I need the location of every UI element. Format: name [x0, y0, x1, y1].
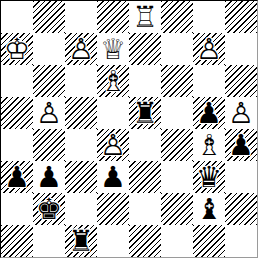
- square-g6[interactable]: [193, 65, 225, 97]
- square-h1[interactable]: [225, 225, 257, 257]
- square-d1[interactable]: [97, 225, 129, 257]
- square-h7[interactable]: [225, 33, 257, 65]
- square-f1[interactable]: [161, 225, 193, 257]
- piece-glyph: ♝: [193, 193, 225, 225]
- square-e6[interactable]: [129, 65, 161, 97]
- piece-glyph: ♙: [65, 33, 97, 65]
- piece-white-pawn: ♟♙: [97, 129, 129, 161]
- piece-glyph: ♙: [225, 97, 257, 129]
- piece-black-pawn: ♟♟: [193, 97, 225, 129]
- chess-board: ♜♖♚♔♟♙♛♕♟♙♝♗♟♙♜♜♟♟♟♙♟♙♝♗♟♟♟♟♟♟♟♟♛♛♚♚♝♝♜♜: [0, 0, 258, 258]
- square-b6[interactable]: [33, 65, 65, 97]
- square-a6[interactable]: [1, 65, 33, 97]
- square-g2[interactable]: ♝♝: [193, 193, 225, 225]
- square-a5[interactable]: [1, 97, 33, 129]
- piece-glyph: ♟: [97, 161, 129, 193]
- square-g4[interactable]: ♝♗: [193, 129, 225, 161]
- square-b4[interactable]: [33, 129, 65, 161]
- piece-glyph: ♖: [129, 1, 161, 33]
- square-e7[interactable]: [129, 33, 161, 65]
- square-e8[interactable]: ♜♖: [129, 1, 161, 33]
- chess-diagram: ♜♖♚♔♟♙♛♕♟♙♝♗♟♙♜♜♟♟♟♙♟♙♝♗♟♟♟♟♟♟♟♟♛♛♚♚♝♝♜♜: [0, 0, 258, 258]
- square-f3[interactable]: [161, 161, 193, 193]
- piece-glyph: ♟: [33, 161, 65, 193]
- square-h3[interactable]: [225, 161, 257, 193]
- piece-glyph: ♜: [129, 97, 161, 129]
- square-g3[interactable]: ♛♛: [193, 161, 225, 193]
- piece-black-bishop: ♝♝: [193, 193, 225, 225]
- square-d7[interactable]: ♛♕: [97, 33, 129, 65]
- square-f4[interactable]: [161, 129, 193, 161]
- square-a4[interactable]: [1, 129, 33, 161]
- square-c4[interactable]: [65, 129, 97, 161]
- piece-glyph: ♔: [1, 33, 33, 65]
- square-g5[interactable]: ♟♟: [193, 97, 225, 129]
- piece-glyph: ♗: [97, 65, 129, 97]
- square-d3[interactable]: ♟♟: [97, 161, 129, 193]
- square-c8[interactable]: [65, 1, 97, 33]
- piece-glyph: ♚: [33, 193, 65, 225]
- piece-black-rook: ♜♜: [65, 225, 97, 257]
- piece-black-queen: ♛♛: [193, 161, 225, 193]
- square-h8[interactable]: [225, 1, 257, 33]
- piece-black-pawn: ♟♟: [225, 129, 257, 161]
- square-e2[interactable]: [129, 193, 161, 225]
- square-d8[interactable]: [97, 1, 129, 33]
- piece-white-pawn: ♟♙: [33, 97, 65, 129]
- piece-white-king: ♚♔: [1, 33, 33, 65]
- piece-glyph: ♟: [193, 97, 225, 129]
- square-h4[interactable]: ♟♟: [225, 129, 257, 161]
- square-c7[interactable]: ♟♙: [65, 33, 97, 65]
- piece-white-pawn: ♟♙: [225, 97, 257, 129]
- piece-glyph: ♙: [193, 33, 225, 65]
- square-e3[interactable]: [129, 161, 161, 193]
- square-f2[interactable]: [161, 193, 193, 225]
- piece-glyph: ♕: [97, 33, 129, 65]
- square-e4[interactable]: [129, 129, 161, 161]
- piece-glyph: ♜: [65, 225, 97, 257]
- square-c6[interactable]: [65, 65, 97, 97]
- square-d6[interactable]: ♝♗: [97, 65, 129, 97]
- square-c1[interactable]: ♜♜: [65, 225, 97, 257]
- piece-white-rook: ♜♖: [129, 1, 161, 33]
- square-a1[interactable]: [1, 225, 33, 257]
- square-f8[interactable]: [161, 1, 193, 33]
- square-f7[interactable]: [161, 33, 193, 65]
- piece-black-pawn: ♟♟: [1, 161, 33, 193]
- square-a3[interactable]: ♟♟: [1, 161, 33, 193]
- square-e5[interactable]: ♜♜: [129, 97, 161, 129]
- square-b2[interactable]: ♚♚: [33, 193, 65, 225]
- piece-white-bishop: ♝♗: [97, 65, 129, 97]
- square-f5[interactable]: [161, 97, 193, 129]
- piece-glyph: ♙: [97, 129, 129, 161]
- square-g1[interactable]: [193, 225, 225, 257]
- piece-glyph: ♙: [33, 97, 65, 129]
- square-a8[interactable]: [1, 1, 33, 33]
- piece-black-king: ♚♚: [33, 193, 65, 225]
- piece-black-pawn: ♟♟: [97, 161, 129, 193]
- piece-white-pawn: ♟♙: [65, 33, 97, 65]
- piece-glyph: ♗: [193, 129, 225, 161]
- square-c3[interactable]: [65, 161, 97, 193]
- piece-white-pawn: ♟♙: [193, 33, 225, 65]
- square-h5[interactable]: ♟♙: [225, 97, 257, 129]
- square-g8[interactable]: [193, 1, 225, 33]
- square-d4[interactable]: ♟♙: [97, 129, 129, 161]
- square-f6[interactable]: [161, 65, 193, 97]
- piece-white-queen: ♛♕: [97, 33, 129, 65]
- piece-white-bishop: ♝♗: [193, 129, 225, 161]
- piece-glyph: ♛: [193, 161, 225, 193]
- square-b1[interactable]: [33, 225, 65, 257]
- piece-glyph: ♟: [1, 161, 33, 193]
- piece-black-rook: ♜♜: [129, 97, 161, 129]
- square-b5[interactable]: ♟♙: [33, 97, 65, 129]
- square-c5[interactable]: [65, 97, 97, 129]
- square-e1[interactable]: [129, 225, 161, 257]
- square-a2[interactable]: [1, 193, 33, 225]
- square-d2[interactable]: [97, 193, 129, 225]
- square-b3[interactable]: ♟♟: [33, 161, 65, 193]
- square-b8[interactable]: [33, 1, 65, 33]
- square-a7[interactable]: ♚♔: [1, 33, 33, 65]
- square-h2[interactable]: [225, 193, 257, 225]
- square-c2[interactable]: [65, 193, 97, 225]
- square-g7[interactable]: ♟♙: [193, 33, 225, 65]
- square-b7[interactable]: [33, 33, 65, 65]
- square-d5[interactable]: [97, 97, 129, 129]
- square-h6[interactable]: [225, 65, 257, 97]
- piece-black-pawn: ♟♟: [33, 161, 65, 193]
- piece-glyph: ♟: [225, 129, 257, 161]
